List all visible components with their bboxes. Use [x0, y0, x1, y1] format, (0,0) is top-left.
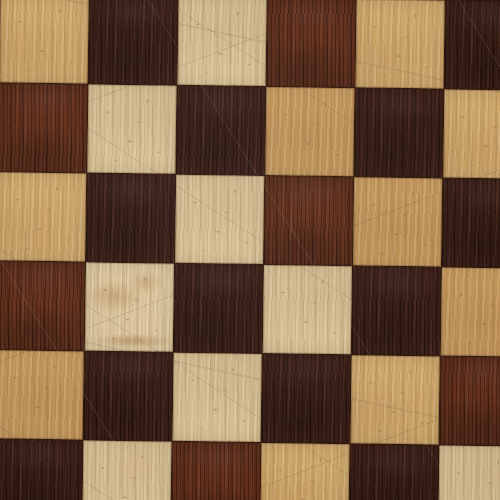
board-square[interactable]: [265, 87, 354, 176]
board-square[interactable]: [175, 175, 264, 264]
board-square[interactable]: [353, 177, 442, 266]
board-square[interactable]: [444, 1, 500, 90]
board-square[interactable]: [438, 445, 500, 500]
board-square[interactable]: [84, 352, 173, 441]
board-square[interactable]: [0, 172, 86, 261]
board-square[interactable]: [442, 179, 500, 268]
board-square[interactable]: [178, 0, 267, 86]
board-square[interactable]: [173, 353, 262, 442]
board-square[interactable]: [176, 86, 265, 175]
board-square[interactable]: [264, 176, 353, 265]
board-square[interactable]: [262, 354, 351, 443]
board-square[interactable]: [82, 441, 171, 500]
board-square[interactable]: [263, 265, 352, 354]
board-square[interactable]: [352, 266, 441, 355]
board-square[interactable]: [0, 261, 85, 350]
board-square[interactable]: [0, 83, 87, 172]
board-square[interactable]: [174, 264, 263, 353]
board-square[interactable]: [85, 263, 174, 352]
chess-board: [0, 0, 500, 500]
board-square[interactable]: [0, 439, 83, 500]
board-square[interactable]: [171, 442, 260, 500]
board-square[interactable]: [443, 90, 500, 179]
board-square[interactable]: [86, 174, 175, 263]
board-square[interactable]: [266, 0, 355, 87]
board-square[interactable]: [441, 267, 500, 356]
chessboard-photo: [0, 0, 500, 500]
board-square[interactable]: [87, 85, 176, 174]
board-square[interactable]: [354, 88, 443, 177]
board-square[interactable]: [351, 355, 440, 444]
board-square[interactable]: [260, 443, 349, 500]
board-square[interactable]: [0, 350, 84, 439]
board-square[interactable]: [440, 356, 500, 445]
board-square[interactable]: [349, 444, 438, 500]
board-square[interactable]: [0, 0, 89, 84]
board-square[interactable]: [355, 0, 444, 88]
board-square[interactable]: [89, 0, 178, 85]
